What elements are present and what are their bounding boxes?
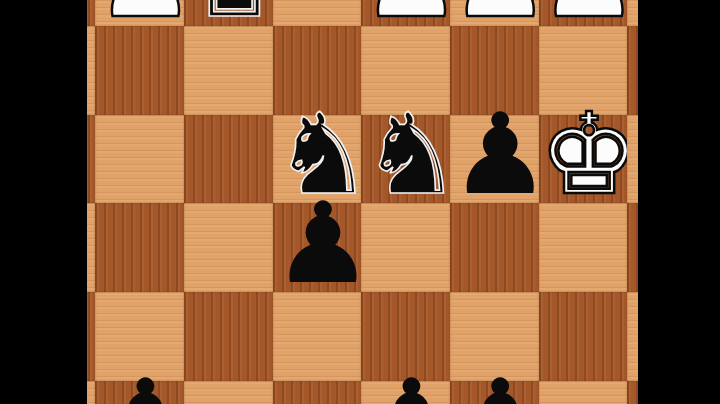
square-d2[interactable] [273, 381, 362, 404]
square-c2[interactable] [184, 381, 273, 404]
square-d4[interactable]: ♟ [273, 203, 362, 292]
square-c5[interactable] [184, 115, 273, 204]
chess-board[interactable]: ♟♚♟♟♟♞♞♟♚♟♟♟♟ [7, 0, 717, 404]
square-f5[interactable]: ♟ [450, 115, 539, 204]
video-frame: ♟♚♟♟♟♞♞♟♚♟♟♟♟ [0, 0, 720, 404]
square-d3[interactable] [273, 292, 362, 381]
square-g7[interactable]: ♟ [539, 0, 628, 26]
square-b4[interactable] [95, 203, 184, 292]
square-e4[interactable] [361, 203, 450, 292]
square-d7[interactable] [273, 0, 362, 26]
piece-black-pawn[interactable]: ♟ [450, 98, 539, 210]
square-e2[interactable]: ♟ [361, 381, 450, 404]
square-f4[interactable] [450, 203, 539, 292]
square-e5[interactable]: ♞ [361, 115, 450, 204]
square-b5[interactable] [95, 115, 184, 204]
piece-black-knight[interactable]: ♞ [361, 98, 450, 210]
square-b6[interactable] [95, 26, 184, 115]
square-c7[interactable]: ♚ [184, 0, 273, 26]
piece-black-pawn[interactable]: ♟ [450, 364, 539, 404]
square-c3[interactable] [184, 292, 273, 381]
piece-black-pawn[interactable]: ♟ [361, 364, 450, 404]
square-b7[interactable]: ♟ [95, 0, 184, 26]
square-f2[interactable]: ♟ [450, 381, 539, 404]
square-b2[interactable]: ♟ [95, 381, 184, 404]
square-c6[interactable] [184, 26, 273, 115]
square-g4[interactable] [539, 203, 628, 292]
letterbox-left-bar [0, 0, 87, 404]
square-g3[interactable] [539, 292, 628, 381]
piece-black-pawn[interactable]: ♟ [273, 187, 362, 299]
square-g5[interactable]: ♚ [539, 115, 628, 204]
piece-black-pawn[interactable]: ♟ [95, 364, 184, 404]
piece-white-king[interactable]: ♚ [539, 98, 628, 210]
square-c4[interactable] [184, 203, 273, 292]
square-f7[interactable]: ♟ [450, 0, 539, 26]
square-g2[interactable] [539, 381, 628, 404]
letterbox-right-bar [638, 0, 720, 404]
square-e7[interactable]: ♟ [361, 0, 450, 26]
